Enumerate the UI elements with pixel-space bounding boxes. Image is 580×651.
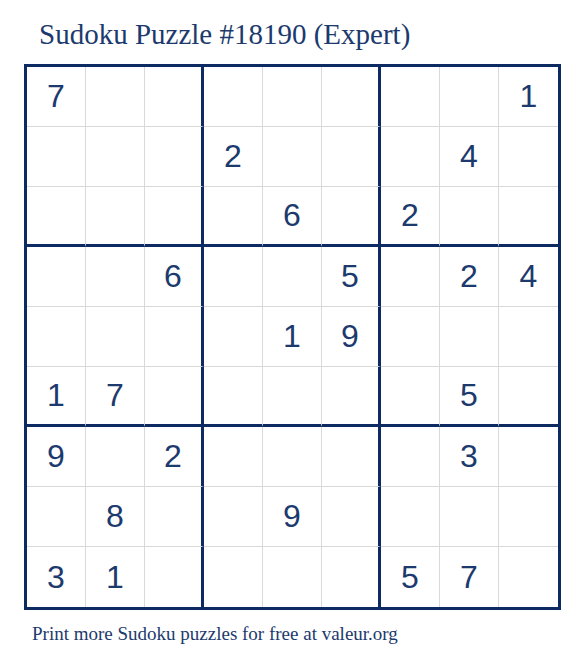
cell-r7c8: 3 xyxy=(440,427,499,487)
cell-r4c4 xyxy=(204,247,263,307)
cell-r5c3 xyxy=(145,307,204,367)
cell-r7c4 xyxy=(204,427,263,487)
cell-r6c5 xyxy=(263,367,322,427)
cell-r2c9 xyxy=(499,127,558,187)
cell-r9c5 xyxy=(263,547,322,607)
cell-r6c3 xyxy=(145,367,204,427)
cell-r8c3 xyxy=(145,487,204,547)
cell-r3c6 xyxy=(322,187,381,247)
cell-r6c4 xyxy=(204,367,263,427)
cell-r1c4 xyxy=(204,67,263,127)
cell-r2c1 xyxy=(27,127,86,187)
cell-r7c6 xyxy=(322,427,381,487)
cell-r2c7 xyxy=(381,127,440,187)
cell-r4c3: 6 xyxy=(145,247,204,307)
cell-r1c7 xyxy=(381,67,440,127)
cell-r2c3 xyxy=(145,127,204,187)
cell-r9c1: 3 xyxy=(27,547,86,607)
cell-r3c1 xyxy=(27,187,86,247)
cell-r8c6 xyxy=(322,487,381,547)
cell-r4c8: 2 xyxy=(440,247,499,307)
cell-r5c9 xyxy=(499,307,558,367)
cell-r5c6: 9 xyxy=(322,307,381,367)
cell-r9c6 xyxy=(322,547,381,607)
cell-r5c4 xyxy=(204,307,263,367)
cell-r9c2: 1 xyxy=(86,547,145,607)
cell-r3c5: 6 xyxy=(263,187,322,247)
cell-r2c6 xyxy=(322,127,381,187)
cell-r8c2: 8 xyxy=(86,487,145,547)
cell-r3c4 xyxy=(204,187,263,247)
cell-r4c5 xyxy=(263,247,322,307)
cell-r8c8 xyxy=(440,487,499,547)
cell-r7c5 xyxy=(263,427,322,487)
cell-r7c2 xyxy=(86,427,145,487)
cell-r9c4 xyxy=(204,547,263,607)
cell-r4c2 xyxy=(86,247,145,307)
cell-r5c1 xyxy=(27,307,86,367)
cell-r4c1 xyxy=(27,247,86,307)
cell-r5c8 xyxy=(440,307,499,367)
cell-r1c3 xyxy=(145,67,204,127)
sudoku-board: 712462652419175923893157 xyxy=(24,64,561,610)
cell-r6c2: 7 xyxy=(86,367,145,427)
cell-r9c9 xyxy=(499,547,558,607)
cell-r9c7: 5 xyxy=(381,547,440,607)
cell-r3c7: 2 xyxy=(381,187,440,247)
cell-r2c5 xyxy=(263,127,322,187)
cell-r6c8: 5 xyxy=(440,367,499,427)
sudoku-page: Sudoku Puzzle #18190 (Expert) 7124626524… xyxy=(0,0,580,651)
cell-r1c6 xyxy=(322,67,381,127)
cell-r9c8: 7 xyxy=(440,547,499,607)
cell-r7c9 xyxy=(499,427,558,487)
cell-r4c9: 4 xyxy=(499,247,558,307)
cell-r8c9 xyxy=(499,487,558,547)
cell-r1c2 xyxy=(86,67,145,127)
cell-r8c5: 9 xyxy=(263,487,322,547)
cell-r1c9: 1 xyxy=(499,67,558,127)
cell-r6c6 xyxy=(322,367,381,427)
cell-r5c7 xyxy=(381,307,440,367)
cell-r3c9 xyxy=(499,187,558,247)
cell-r2c4: 2 xyxy=(204,127,263,187)
footer-credit: Print more Sudoku puzzles for free at va… xyxy=(32,623,580,645)
cell-r5c5: 1 xyxy=(263,307,322,367)
cell-r4c6: 5 xyxy=(322,247,381,307)
cell-r6c7 xyxy=(381,367,440,427)
cell-r8c1 xyxy=(27,487,86,547)
cell-r9c3 xyxy=(145,547,204,607)
cell-r3c3 xyxy=(145,187,204,247)
cell-r1c8 xyxy=(440,67,499,127)
cell-r3c2 xyxy=(86,187,145,247)
cell-r6c1: 1 xyxy=(27,367,86,427)
cell-r7c7 xyxy=(381,427,440,487)
cell-r8c4 xyxy=(204,487,263,547)
cell-r6c9 xyxy=(499,367,558,427)
cell-r5c2 xyxy=(86,307,145,367)
cell-r1c1: 7 xyxy=(27,67,86,127)
cell-r2c8: 4 xyxy=(440,127,499,187)
cell-r2c2 xyxy=(86,127,145,187)
cell-r8c7 xyxy=(381,487,440,547)
cell-r1c5 xyxy=(263,67,322,127)
page-title: Sudoku Puzzle #18190 (Expert) xyxy=(39,18,580,51)
cell-r7c1: 9 xyxy=(27,427,86,487)
cell-r7c3: 2 xyxy=(145,427,204,487)
cell-r4c7 xyxy=(381,247,440,307)
cell-r3c8 xyxy=(440,187,499,247)
